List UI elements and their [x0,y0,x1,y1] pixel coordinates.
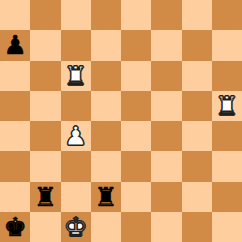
square-e1[interactable] [121,212,151,242]
black-king: ♚ [3,214,26,240]
square-d3[interactable] [91,151,121,181]
square-h6[interactable] [212,61,242,91]
square-g8[interactable] [182,0,212,30]
square-g3[interactable] [182,151,212,181]
square-g7[interactable] [182,30,212,60]
square-h1[interactable] [212,212,242,242]
square-g6[interactable] [182,61,212,91]
square-h5[interactable]: ♜ [212,91,242,121]
square-h8[interactable] [212,0,242,30]
square-a1[interactable]: ♚ [0,212,30,242]
square-f8[interactable] [151,0,181,30]
white-pawn: ♟ [64,123,87,149]
black-pawn: ♟ [3,32,26,58]
square-c3[interactable] [61,151,91,181]
square-e4[interactable] [121,121,151,151]
square-c7[interactable] [61,30,91,60]
square-f5[interactable] [151,91,181,121]
white-rook: ♜ [215,93,238,119]
square-b6[interactable] [30,61,60,91]
square-a5[interactable] [0,91,30,121]
chess-board: ♟♜♜♟♜♜♚♚ [0,0,242,242]
square-h7[interactable] [212,30,242,60]
square-e6[interactable] [121,61,151,91]
square-b1[interactable] [30,212,60,242]
square-b7[interactable] [30,30,60,60]
square-d6[interactable] [91,61,121,91]
square-c4[interactable]: ♟ [61,121,91,151]
square-a3[interactable] [0,151,30,181]
square-e3[interactable] [121,151,151,181]
square-d7[interactable] [91,30,121,60]
square-d2[interactable]: ♜ [91,182,121,212]
square-e5[interactable] [121,91,151,121]
square-c1[interactable]: ♚ [61,212,91,242]
square-g4[interactable] [182,121,212,151]
square-g5[interactable] [182,91,212,121]
white-king: ♚ [64,214,87,240]
square-b2[interactable]: ♜ [30,182,60,212]
square-f2[interactable] [151,182,181,212]
square-c8[interactable] [61,0,91,30]
square-b5[interactable] [30,91,60,121]
square-b4[interactable] [30,121,60,151]
black-rook: ♜ [94,184,117,210]
square-f4[interactable] [151,121,181,151]
square-a2[interactable] [0,182,30,212]
black-rook: ♜ [34,184,57,210]
square-d5[interactable] [91,91,121,121]
square-f1[interactable] [151,212,181,242]
square-e2[interactable] [121,182,151,212]
square-g2[interactable] [182,182,212,212]
square-h2[interactable] [212,182,242,212]
square-a8[interactable] [0,0,30,30]
square-d4[interactable] [91,121,121,151]
square-c6[interactable]: ♜ [61,61,91,91]
square-e7[interactable] [121,30,151,60]
white-rook: ♜ [64,63,87,89]
square-h4[interactable] [212,121,242,151]
square-c2[interactable] [61,182,91,212]
square-f7[interactable] [151,30,181,60]
square-a4[interactable] [0,121,30,151]
square-d1[interactable] [91,212,121,242]
square-h3[interactable] [212,151,242,181]
square-c5[interactable] [61,91,91,121]
square-d8[interactable] [91,0,121,30]
square-f3[interactable] [151,151,181,181]
square-f6[interactable] [151,61,181,91]
square-b8[interactable] [30,0,60,30]
square-a6[interactable] [0,61,30,91]
square-e8[interactable] [121,0,151,30]
square-g1[interactable] [182,212,212,242]
square-b3[interactable] [30,151,60,181]
square-a7[interactable]: ♟ [0,30,30,60]
